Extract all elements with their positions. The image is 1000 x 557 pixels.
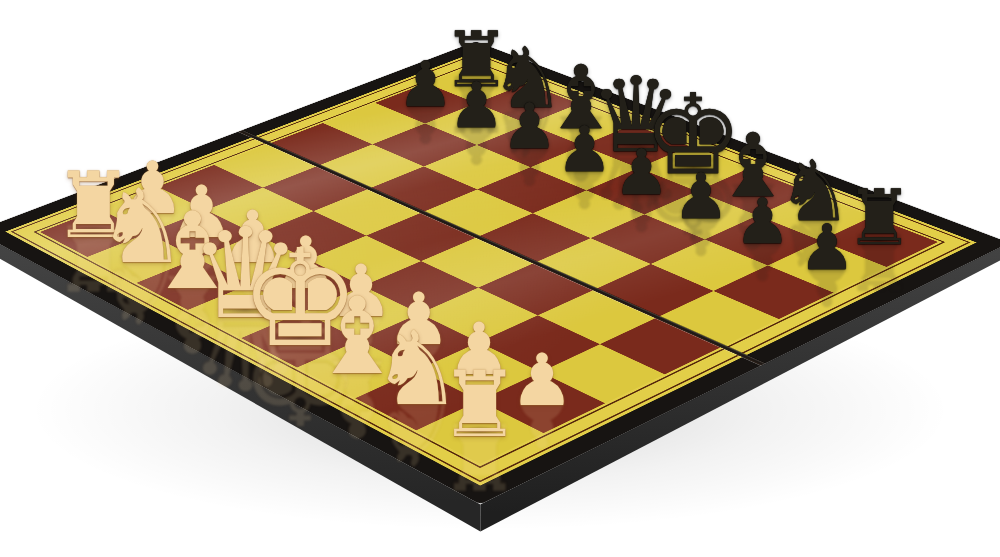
piece-white-rook-h1[interactable]: ♜ bbox=[439, 359, 521, 450]
piece-black-pawn-b7[interactable]: ♟ bbox=[448, 73, 504, 136]
piece-black-pawn-h7[interactable]: ♟ bbox=[799, 216, 855, 279]
piece-black-rook-h8[interactable]: ♜ bbox=[845, 180, 913, 256]
piece-black-pawn-f7[interactable]: ♟ bbox=[673, 164, 729, 227]
piece-black-pawn-d7[interactable]: ♟ bbox=[556, 117, 612, 180]
chess-set-photo: ♜♞♝♛♚♝♞♜♟♟♟♟♟♟♟♟♟♟♟♟♟♟♟♟♜♞♝♛♚♝♞♜ bbox=[0, 0, 1000, 557]
piece-black-pawn-e7[interactable]: ♟ bbox=[613, 140, 669, 203]
piece-black-pawn-c7[interactable]: ♟ bbox=[501, 95, 557, 158]
piece-black-pawn-a7[interactable]: ♟ bbox=[397, 53, 453, 116]
piece-black-pawn-g7[interactable]: ♟ bbox=[734, 190, 790, 253]
